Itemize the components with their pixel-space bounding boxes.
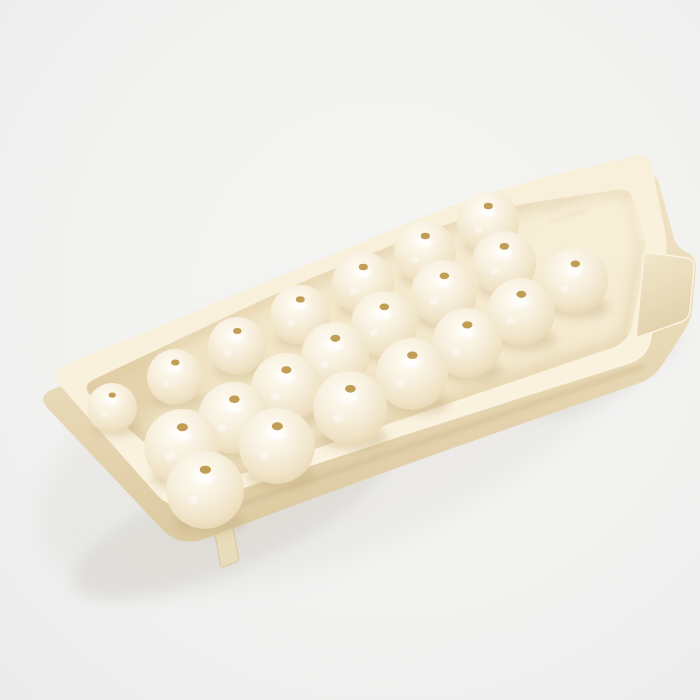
ball-glint-dot: [466, 331, 473, 336]
ice-ball-back-row-3: [208, 317, 266, 375]
ball-sphere: [87, 383, 137, 433]
ball-glint-dot: [443, 282, 450, 287]
fill-hole: [296, 296, 305, 302]
ball-glint-dot: [174, 367, 180, 371]
fill-hole: [359, 264, 368, 271]
fill-hole: [272, 422, 283, 430]
ball-glint-dot: [424, 241, 430, 245]
fill-hole: [281, 366, 291, 373]
ball-glint-dot: [181, 434, 189, 439]
ball-glint-dot: [299, 305, 305, 309]
fill-hole: [500, 243, 509, 250]
fill-hole: [484, 203, 493, 210]
ice-ball-front-row-7: [166, 451, 244, 529]
fill-hole: [462, 321, 472, 328]
ball-glint-dot: [236, 336, 242, 340]
ball-glint-dot: [362, 272, 368, 276]
product-photo: [0, 0, 700, 700]
ball-glint-dot: [233, 406, 240, 411]
ball-sphere: [166, 451, 244, 529]
fill-hole: [345, 385, 356, 393]
fill-hole: [571, 260, 581, 267]
ball-glint-dot: [574, 270, 581, 275]
fill-hole: [516, 291, 526, 298]
ice-ball-front-row-6: [239, 408, 315, 484]
fill-hole: [380, 303, 390, 310]
fill-hole: [109, 392, 116, 397]
fill-hole: [229, 396, 239, 404]
ball-glint-dot: [334, 344, 341, 349]
ball-glint-dot: [411, 362, 418, 367]
ice-ball-front-row-5: [313, 371, 387, 445]
ball-glint-dot: [285, 376, 292, 381]
ball-glint-dot: [349, 395, 356, 400]
fill-hole: [330, 335, 340, 342]
ice-ball-front-row-4: [376, 338, 448, 410]
fill-hole: [440, 272, 450, 279]
ball-sphere: [147, 349, 203, 405]
fill-hole: [200, 466, 211, 474]
ball-glint-dot: [503, 252, 509, 256]
ball-glint-dot: [204, 477, 212, 482]
fill-hole: [421, 233, 430, 240]
ice-ball-back-row-2: [147, 349, 203, 405]
ball-glint-dot: [383, 313, 390, 318]
ball-glint-dot: [487, 211, 493, 215]
fill-hole: [177, 423, 188, 431]
fill-hole: [171, 360, 179, 366]
fill-hole: [407, 352, 417, 360]
ball-glint-dot: [276, 433, 284, 438]
ball-sphere: [313, 371, 387, 445]
ice-tray-scene: [0, 0, 700, 700]
ball-sphere: [208, 317, 266, 375]
ball-glint-dot: [111, 400, 116, 404]
ball-sphere: [239, 408, 315, 484]
ball-sphere: [376, 338, 448, 410]
ball-glint-dot: [520, 300, 527, 305]
fill-hole: [233, 328, 241, 334]
ice-ball-back-row-1: [87, 383, 137, 433]
